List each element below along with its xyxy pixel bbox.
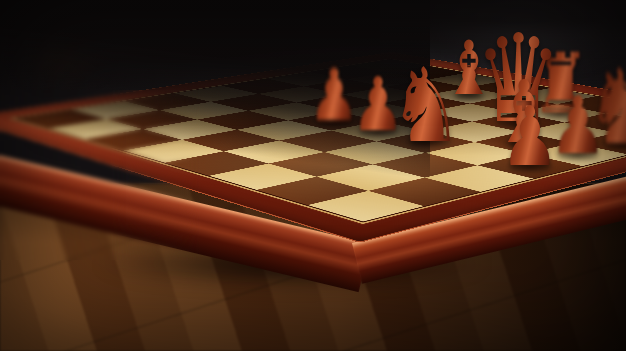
piece-pawn-h4[interactable]: ♟ [500,96,559,178]
piece-knight-f4[interactable]: ♞ [389,55,463,158]
chess-scene: ♟♟♞♝♟♟♛♝♜♞ [0,0,626,351]
pieces-layer: ♟♟♞♝♟♟♛♝♜♞ [0,0,626,351]
